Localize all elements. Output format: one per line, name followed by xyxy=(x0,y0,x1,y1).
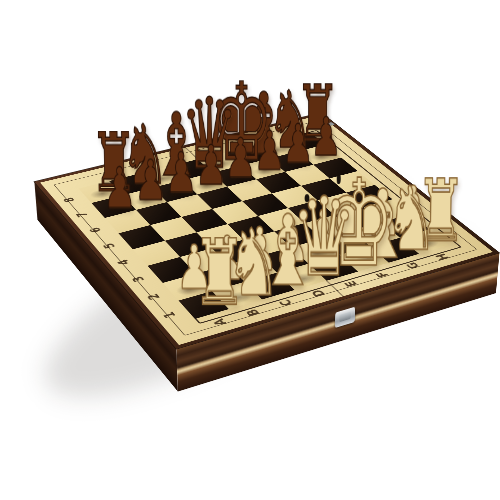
white-rook-icon: ♜ xyxy=(192,237,223,310)
chess-set-photo: 87654321 ABCDEFGH ♜♞♝♛♚♝♞♜♟♟♟♟♟♟♟♟♟♟♟♟♟♟… xyxy=(0,0,500,500)
clasp-icon xyxy=(335,307,355,328)
